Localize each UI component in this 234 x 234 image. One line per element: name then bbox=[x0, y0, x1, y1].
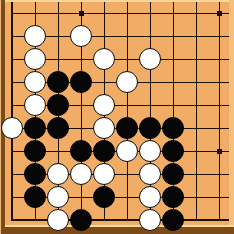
grid-line-horizontal bbox=[12, 13, 229, 14]
white-stone[interactable] bbox=[93, 48, 115, 70]
white-stone[interactable] bbox=[47, 186, 69, 208]
black-stone[interactable] bbox=[162, 209, 184, 231]
black-stone[interactable] bbox=[24, 186, 46, 208]
white-stone[interactable] bbox=[93, 163, 115, 185]
white-stone[interactable] bbox=[47, 209, 69, 231]
grid-line-vertical bbox=[196, 2, 197, 221]
black-stone[interactable] bbox=[24, 140, 46, 162]
white-stone[interactable] bbox=[1, 117, 23, 139]
go-diagram bbox=[0, 0, 234, 234]
grid-line-vertical bbox=[219, 2, 220, 221]
white-stone[interactable] bbox=[24, 25, 46, 47]
board-crop-edge-top bbox=[0, 0, 234, 2]
board-side-face-bottom bbox=[0, 227, 234, 234]
white-stone[interactable] bbox=[116, 140, 138, 162]
black-stone[interactable] bbox=[47, 71, 69, 93]
white-stone[interactable] bbox=[24, 48, 46, 70]
black-stone[interactable] bbox=[162, 163, 184, 185]
white-stone[interactable] bbox=[93, 94, 115, 116]
black-stone[interactable] bbox=[93, 186, 115, 208]
white-stone[interactable] bbox=[24, 94, 46, 116]
black-stone[interactable] bbox=[116, 117, 138, 139]
white-stone[interactable] bbox=[139, 209, 161, 231]
black-stone[interactable] bbox=[70, 140, 92, 162]
black-stone[interactable] bbox=[162, 117, 184, 139]
black-stone[interactable] bbox=[47, 117, 69, 139]
grid-line-vertical bbox=[11, 2, 13, 221]
white-stone[interactable] bbox=[116, 71, 138, 93]
white-stone[interactable] bbox=[139, 48, 161, 70]
star-point-icon bbox=[79, 11, 84, 16]
board-crop-edge-right bbox=[229, 0, 234, 225]
black-stone[interactable] bbox=[24, 117, 46, 139]
black-stone[interactable] bbox=[93, 140, 115, 162]
black-stone[interactable] bbox=[162, 186, 184, 208]
star-point-icon bbox=[217, 149, 222, 154]
black-stone[interactable] bbox=[47, 94, 69, 116]
white-stone[interactable] bbox=[24, 71, 46, 93]
grid-line-horizontal bbox=[12, 219, 229, 221]
white-stone[interactable] bbox=[139, 140, 161, 162]
star-point-icon bbox=[217, 11, 222, 16]
go-board[interactable] bbox=[0, 0, 234, 234]
white-stone[interactable] bbox=[70, 25, 92, 47]
black-stone[interactable] bbox=[70, 71, 92, 93]
board-side-face-left bbox=[1, 0, 5, 234]
white-stone[interactable] bbox=[70, 163, 92, 185]
white-stone[interactable] bbox=[47, 163, 69, 185]
white-stone[interactable] bbox=[139, 186, 161, 208]
grid-line-vertical bbox=[127, 2, 128, 221]
black-stone[interactable] bbox=[162, 140, 184, 162]
black-stone[interactable] bbox=[70, 209, 92, 231]
white-stone[interactable] bbox=[93, 117, 115, 139]
white-stone[interactable] bbox=[139, 163, 161, 185]
black-stone[interactable] bbox=[139, 117, 161, 139]
black-stone[interactable] bbox=[24, 163, 46, 185]
